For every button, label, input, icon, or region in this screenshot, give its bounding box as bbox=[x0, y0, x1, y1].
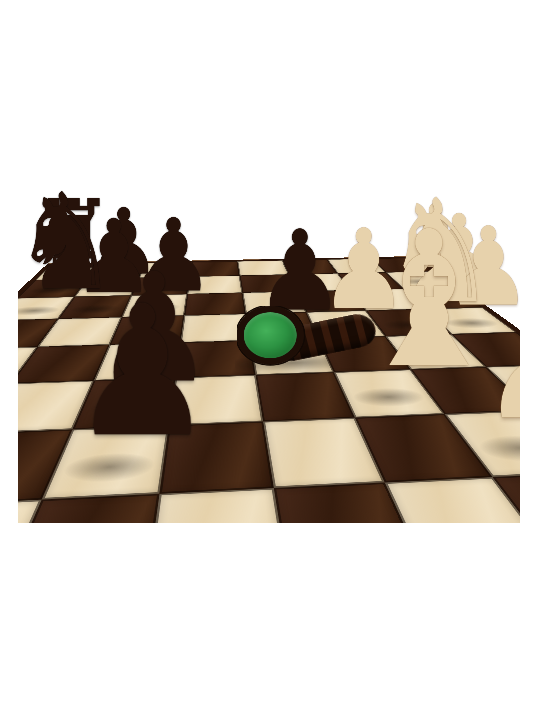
chess-board: ♜♟♟♞♟♟♟♟♟♞♟♟♝♟♟ bbox=[18, 256, 520, 523]
chess-set-photo: ♜♟♟♞♟♟♟♟♟♞♟♟♝♟♟ bbox=[18, 0, 520, 523]
product-photo-page: ♜♟♟♞♟♟♟♟♟♞♟♟♝♟♟ bbox=[0, 0, 540, 720]
fallen-king-felt-base bbox=[237, 306, 304, 364]
white-bishop: ♝ bbox=[353, 206, 419, 393]
black-pawn: ♟ bbox=[70, 282, 152, 462]
square-d1 bbox=[145, 488, 290, 523]
black-knight: ♞ bbox=[18, 176, 59, 309]
square-e4 bbox=[250, 338, 334, 375]
white-pawn: ♟ bbox=[478, 273, 520, 444]
square-c1 bbox=[18, 494, 160, 523]
